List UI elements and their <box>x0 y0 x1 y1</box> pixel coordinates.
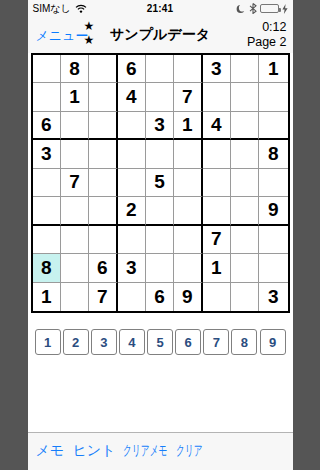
numpad-button-6[interactable]: 6 <box>175 329 201 355</box>
sudoku-board: 863114763143875297863117693 <box>31 53 290 313</box>
numpad-button-3[interactable]: 3 <box>91 329 117 355</box>
cell-r9c7[interactable] <box>203 283 231 311</box>
cell-r9c3[interactable]: 7 <box>89 283 117 311</box>
cell-r4c8[interactable] <box>231 140 259 168</box>
memo-button[interactable]: メモ <box>36 442 65 460</box>
cell-r6c9[interactable]: 9 <box>259 197 287 225</box>
cell-r8c5[interactable] <box>146 254 174 282</box>
bluetooth-icon <box>249 3 257 14</box>
cell-r5c1[interactable] <box>33 169 61 197</box>
cell-r1c8[interactable] <box>231 55 259 83</box>
cell-r1c6[interactable] <box>174 55 202 83</box>
cell-r8c7[interactable]: 1 <box>203 254 231 282</box>
bottom-toolbar: メモ ヒント クリアメモ クリア <box>28 432 293 470</box>
cell-r1c4[interactable]: 6 <box>118 55 146 83</box>
cell-r5c3[interactable] <box>89 169 117 197</box>
cell-r3c6[interactable]: 1 <box>174 112 202 140</box>
cell-r1c5[interactable] <box>146 55 174 83</box>
carrier-label: SIMなし <box>33 2 71 16</box>
cell-r6c4[interactable]: 2 <box>118 197 146 225</box>
cell-r8c8[interactable] <box>231 254 259 282</box>
cell-r9c1[interactable]: 1 <box>33 283 61 311</box>
cell-r5c5[interactable]: 5 <box>146 169 174 197</box>
cell-r7c8[interactable] <box>231 226 259 254</box>
numpad-button-2[interactable]: 2 <box>63 329 89 355</box>
timer-label: 0:12 <box>247 20 287 35</box>
status-bar: SIMなし 21:41 <box>28 0 293 17</box>
cell-r9c4[interactable] <box>118 283 146 311</box>
cell-r6c2[interactable] <box>61 197 89 225</box>
cell-r7c5[interactable] <box>146 226 174 254</box>
cell-r9c2[interactable] <box>61 283 89 311</box>
cell-r8c6[interactable] <box>174 254 202 282</box>
cell-r5c6[interactable] <box>174 169 202 197</box>
cell-r1c2[interactable]: 8 <box>61 55 89 83</box>
cell-r8c1[interactable]: 8 <box>33 254 61 282</box>
wifi-icon <box>75 4 87 13</box>
numpad-button-5[interactable]: 5 <box>147 329 173 355</box>
hint-button[interactable]: ヒント <box>73 442 116 460</box>
cell-r4c9[interactable]: 8 <box>259 140 287 168</box>
cell-r3c7[interactable]: 4 <box>203 112 231 140</box>
cell-r5c8[interactable] <box>231 169 259 197</box>
cell-r7c7[interactable]: 7 <box>203 226 231 254</box>
cell-r3c3[interactable] <box>89 112 117 140</box>
numpad-button-4[interactable]: 4 <box>119 329 145 355</box>
cell-r2c9[interactable] <box>259 83 287 111</box>
cell-r7c4[interactable] <box>118 226 146 254</box>
numpad-button-9[interactable]: 9 <box>260 329 286 355</box>
numpad-button-1[interactable]: 1 <box>35 329 61 355</box>
cell-r7c2[interactable] <box>61 226 89 254</box>
cell-r3c4[interactable] <box>118 112 146 140</box>
cell-r4c7[interactable] <box>203 140 231 168</box>
cell-r8c4[interactable]: 3 <box>118 254 146 282</box>
clear-memo-button[interactable]: クリアメモ <box>123 442 167 460</box>
cell-r7c1[interactable] <box>33 226 61 254</box>
cell-r4c3[interactable] <box>89 140 117 168</box>
cell-r9c8[interactable] <box>231 283 259 311</box>
clear-button[interactable]: クリア <box>176 442 203 460</box>
page-label: Page 2 <box>247 35 287 50</box>
cell-r7c3[interactable] <box>89 226 117 254</box>
cell-r9c5[interactable]: 6 <box>146 283 174 311</box>
cell-r3c8[interactable] <box>231 112 259 140</box>
cell-r9c9[interactable]: 3 <box>259 283 287 311</box>
cell-r8c3[interactable]: 6 <box>89 254 117 282</box>
cell-r6c7[interactable] <box>203 197 231 225</box>
cell-r5c4[interactable] <box>118 169 146 197</box>
cell-r2c6[interactable]: 7 <box>174 83 202 111</box>
cell-r5c9[interactable] <box>259 169 287 197</box>
cell-r6c8[interactable] <box>231 197 259 225</box>
header-info: 0:12 Page 2 <box>247 20 287 50</box>
cell-r4c6[interactable] <box>174 140 202 168</box>
cell-r2c4[interactable]: 4 <box>118 83 146 111</box>
cell-r1c7[interactable]: 3 <box>203 55 231 83</box>
numpad-button-8[interactable]: 8 <box>231 329 257 355</box>
cell-r7c9[interactable] <box>259 226 287 254</box>
battery-icon <box>260 4 279 13</box>
cell-r1c1[interactable] <box>33 55 61 83</box>
cell-r1c9[interactable]: 1 <box>259 55 287 83</box>
cell-r2c5[interactable] <box>146 83 174 111</box>
cell-r5c7[interactable] <box>203 169 231 197</box>
cell-r8c2[interactable] <box>61 254 89 282</box>
cell-r3c2[interactable] <box>61 112 89 140</box>
app-screen: SIMなし 21:41 <box>28 0 293 470</box>
cell-r3c5[interactable]: 3 <box>146 112 174 140</box>
charging-bolt-icon <box>282 4 288 14</box>
cell-r2c2[interactable]: 1 <box>61 83 89 111</box>
cell-r4c4[interactable] <box>118 140 146 168</box>
cell-r2c3[interactable] <box>89 83 117 111</box>
cell-r3c9[interactable] <box>259 112 287 140</box>
cell-r5c2[interactable]: 7 <box>61 169 89 197</box>
clock: 21:41 <box>123 3 198 14</box>
cell-r3c1[interactable]: 6 <box>33 112 61 140</box>
cell-r6c3[interactable] <box>89 197 117 225</box>
cell-r6c5[interactable] <box>146 197 174 225</box>
cell-r6c6[interactable] <box>174 197 202 225</box>
moon-icon <box>236 4 246 14</box>
cell-r2c8[interactable] <box>231 83 259 111</box>
cell-r4c1[interactable]: 3 <box>33 140 61 168</box>
cell-r2c7[interactable] <box>203 83 231 111</box>
cell-r2c1[interactable] <box>33 83 61 111</box>
cell-r4c5[interactable] <box>146 140 174 168</box>
nav-header: メニュー ★ ★ サンプルデータ 0:12 Page 2 <box>28 17 293 53</box>
cell-r1c3[interactable] <box>89 55 117 83</box>
number-pad: 123456789 <box>35 329 286 355</box>
numpad-button-7[interactable]: 7 <box>203 329 229 355</box>
cell-r4c2[interactable] <box>61 140 89 168</box>
cell-r7c6[interactable] <box>174 226 202 254</box>
cell-r8c9[interactable] <box>259 254 287 282</box>
cell-r9c6[interactable]: 9 <box>174 283 202 311</box>
cell-r6c1[interactable] <box>33 197 61 225</box>
